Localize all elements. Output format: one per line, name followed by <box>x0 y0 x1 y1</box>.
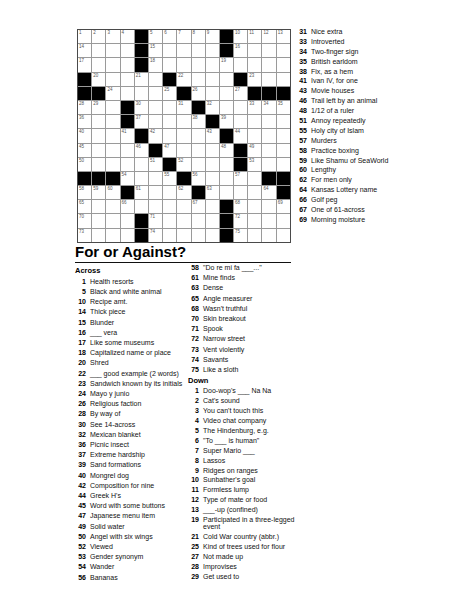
grid-cell[interactable] <box>106 200 119 213</box>
black-cell <box>220 229 233 242</box>
grid-cell[interactable] <box>92 44 105 57</box>
grid-cell[interactable] <box>192 214 205 227</box>
grid-cell[interactable]: 35 <box>277 101 290 114</box>
clue-text: By way of <box>90 410 191 417</box>
grid-cell[interactable] <box>177 229 190 242</box>
clue-item: 59Like Shamu of SeaWorld <box>296 157 472 164</box>
grid-cell[interactable] <box>106 101 119 114</box>
black-cell <box>135 229 148 242</box>
grid-cell[interactable]: 49 <box>248 144 261 157</box>
clue-item: 46Trail left by an animal <box>296 97 472 104</box>
grid-cell[interactable] <box>277 58 290 71</box>
grid-cell[interactable] <box>262 44 275 57</box>
clue-item: 72Narrow street <box>188 335 295 342</box>
clue-item: 24Mayo y junio <box>75 390 191 397</box>
grid-cell[interactable] <box>248 186 261 199</box>
grid-cell[interactable] <box>262 200 275 213</box>
grid-cell[interactable]: 14 <box>78 44 91 57</box>
grid-cell[interactable]: 54 <box>121 172 134 185</box>
clue-number: 58 <box>188 264 199 271</box>
grid-cell[interactable] <box>121 214 134 227</box>
black-cell <box>220 200 233 213</box>
grid-cell[interactable] <box>177 44 190 57</box>
cell-number: 37 <box>136 115 141 120</box>
grid-cell[interactable] <box>106 44 119 57</box>
grid-cell[interactable] <box>135 200 148 213</box>
cell-number: 38 <box>193 115 198 120</box>
cell-number: 35 <box>278 101 283 106</box>
clue-item: 64Kansas Lottery name <box>296 186 472 193</box>
clue-text: "Do re mi fa ___..." <box>203 264 295 271</box>
grid-cell[interactable] <box>192 44 205 57</box>
grid-cell[interactable] <box>163 129 176 142</box>
grid-cell[interactable] <box>177 58 190 71</box>
black-cell <box>220 214 233 227</box>
grid-cell[interactable] <box>234 115 247 128</box>
grid-cell[interactable] <box>192 129 205 142</box>
clue-item: 49Solid water <box>75 523 191 530</box>
grid-cell[interactable] <box>206 229 219 242</box>
grid-cell[interactable] <box>106 58 119 71</box>
grid-cell[interactable]: 10 <box>234 30 247 43</box>
grid-cell[interactable]: 66 <box>121 200 134 213</box>
grid-cell[interactable] <box>92 229 105 242</box>
black-cell <box>248 87 261 100</box>
grid-cell[interactable] <box>262 229 275 242</box>
clue-text: Mongrel dog <box>90 472 191 479</box>
cell-number: 66 <box>122 200 127 205</box>
clue-text: For men only <box>311 176 472 183</box>
grid-cell[interactable] <box>248 229 261 242</box>
clue-number: 20 <box>75 359 86 366</box>
grid-cell[interactable]: 23 <box>248 73 261 86</box>
clue-text: "To ___ is human" <box>203 437 295 444</box>
grid-cell[interactable] <box>106 115 119 128</box>
grid-cell[interactable] <box>121 144 134 157</box>
clue-text: Murders <box>311 137 472 144</box>
clue-item: 73Vent violently <box>188 346 295 353</box>
grid-cell[interactable]: 3 <box>106 30 119 43</box>
grid-cell[interactable]: 9 <box>206 30 219 43</box>
black-cell <box>262 172 275 185</box>
grid-cell[interactable]: 34 <box>262 101 275 114</box>
grid-cell[interactable] <box>206 172 219 185</box>
cell-number: 51 <box>150 158 155 163</box>
grid-cell[interactable]: 17 <box>78 58 91 71</box>
grid-cell[interactable]: 20 <box>92 73 105 86</box>
grid-cell[interactable]: 61 <box>135 186 148 199</box>
grid-cell[interactable] <box>177 115 190 128</box>
clue-text: Narrow street <box>203 335 295 342</box>
grid-cell[interactable] <box>277 158 290 171</box>
cell-number: 62 <box>178 186 183 191</box>
grid-cell[interactable] <box>262 144 275 157</box>
grid-cell[interactable] <box>206 73 219 86</box>
grid-cell[interactable] <box>262 115 275 128</box>
clue-item: 5The Hindenburg, e.g. <box>188 427 295 434</box>
black-cell <box>78 73 91 86</box>
clue-item: 28Improvises <box>188 563 295 570</box>
clue-number: 67 <box>296 206 307 213</box>
grid-cell[interactable]: 53 <box>248 158 261 171</box>
clue-number: 28 <box>75 410 86 417</box>
grid-cell[interactable]: 30 <box>135 101 148 114</box>
grid-cell[interactable] <box>163 101 176 114</box>
grid-cell[interactable] <box>277 129 290 142</box>
black-cell <box>135 129 148 142</box>
cell-number: 11 <box>249 30 254 35</box>
clue-text: Recipe amt. <box>90 298 191 305</box>
grid-cell[interactable]: 55 <box>163 172 176 185</box>
grid-cell[interactable]: 62 <box>177 186 190 199</box>
grid-cell[interactable] <box>248 58 261 71</box>
clue-number: 25 <box>188 543 199 550</box>
grid-cell[interactable]: 32 <box>206 101 219 114</box>
grid-cell[interactable]: 70 <box>78 214 91 227</box>
grid-cell[interactable]: 7 <box>177 30 190 43</box>
grid-cell[interactable]: 41 <box>121 129 134 142</box>
grid-cell[interactable] <box>206 58 219 71</box>
grid-cell[interactable] <box>234 58 247 71</box>
cell-number: 55 <box>164 172 169 177</box>
grid-cell[interactable] <box>135 87 148 100</box>
grid-cell[interactable] <box>163 186 176 199</box>
cell-number: 19 <box>221 58 226 63</box>
clue-text: Bananas <box>90 574 191 581</box>
clue-number: 40 <box>75 472 86 479</box>
grid-cell[interactable]: 57 <box>234 172 247 185</box>
clue-number: 47 <box>75 512 86 519</box>
grid-cell[interactable]: 18 <box>149 58 162 71</box>
grid-cell[interactable] <box>163 214 176 227</box>
grid-cell[interactable] <box>220 101 233 114</box>
grid-cell[interactable]: 22 <box>177 73 190 86</box>
grid-cell[interactable] <box>163 115 176 128</box>
grid-cell[interactable] <box>262 158 275 171</box>
grid-cell[interactable] <box>220 186 233 199</box>
grid-cell[interactable]: 4 <box>121 30 134 43</box>
cell-number: 64 <box>263 186 268 191</box>
clue-item: 69Morning moisture <box>296 216 472 223</box>
grid-cell[interactable]: 5 <box>149 30 162 43</box>
clue-number: 39 <box>75 461 86 468</box>
grid-cell[interactable]: 38 <box>192 115 205 128</box>
grid-cell[interactable]: 65 <box>78 200 91 213</box>
clue-item: 52Viewed <box>75 543 191 550</box>
grid-cell[interactable] <box>206 144 219 157</box>
grid-cell[interactable] <box>106 214 119 227</box>
clue-text: Word with some buttons <box>90 502 191 509</box>
cell-number: 34 <box>263 101 268 106</box>
grid-cell[interactable] <box>121 58 134 71</box>
black-cell <box>135 30 148 43</box>
grid-cell[interactable]: 16 <box>234 44 247 57</box>
grid-cell[interactable] <box>206 44 219 57</box>
grid-cell[interactable]: 36 <box>78 115 91 128</box>
grid-cell[interactable]: 13 <box>277 30 290 43</box>
clue-item: 33Introverted <box>296 38 472 45</box>
grid-cell[interactable] <box>206 87 219 100</box>
grid-cell[interactable]: 21 <box>135 73 148 86</box>
clue-text: See 14-across <box>90 421 191 428</box>
grid-cell[interactable]: 24 <box>106 87 119 100</box>
clue-number: 19 <box>188 516 199 530</box>
cell-number: 68 <box>235 200 240 205</box>
clue-item: 40Mongrel dog <box>75 472 191 479</box>
cell-number: 53 <box>249 158 254 163</box>
grid-cell[interactable]: 40 <box>78 129 91 142</box>
grid-cell[interactable] <box>163 58 176 71</box>
clue-text: 1/12 of a ruler <box>311 107 472 114</box>
black-cell <box>192 186 205 199</box>
clue-item: 57Murders <box>296 137 472 144</box>
clue-number: 72 <box>188 335 199 342</box>
grid-cell[interactable] <box>277 144 290 157</box>
grid-cell[interactable] <box>206 200 219 213</box>
clue-text: Wasn't truthful <box>203 305 295 312</box>
cell-number: 27 <box>235 87 240 92</box>
grid-cell[interactable] <box>106 129 119 142</box>
grid-cell[interactable]: 37 <box>135 115 148 128</box>
grid-cell[interactable] <box>163 44 176 57</box>
cell-number: 28 <box>79 101 84 106</box>
cell-number: 4 <box>122 30 125 35</box>
grid-cell[interactable] <box>121 73 134 86</box>
grid-cell[interactable] <box>220 87 233 100</box>
grid-cell[interactable] <box>177 214 190 227</box>
grid-cell[interactable] <box>248 115 261 128</box>
grid-cell[interactable]: 50 <box>78 158 91 171</box>
crossword-page: 1234567891011121314151617181920212223242… <box>0 0 474 613</box>
grid-cell[interactable]: 73 <box>78 229 91 242</box>
grid-cell[interactable] <box>135 158 148 171</box>
grid-cell[interactable] <box>149 87 162 100</box>
grid-cell[interactable] <box>177 144 190 157</box>
grid-cell[interactable]: 31 <box>177 101 190 114</box>
grid-cell[interactable] <box>177 200 190 213</box>
grid-cell[interactable]: 58 <box>78 186 91 199</box>
grid-cell[interactable]: 59 <box>92 186 105 199</box>
grid-cell[interactable]: 68 <box>234 200 247 213</box>
grid-cell[interactable] <box>149 186 162 199</box>
clue-number: 55 <box>296 127 307 134</box>
grid-cell[interactable]: 71 <box>149 214 162 227</box>
grid-cell[interactable]: 44 <box>234 129 247 142</box>
grid-cell[interactable] <box>149 172 162 185</box>
clue-number: 46 <box>296 97 307 104</box>
grid-cell[interactable] <box>177 129 190 142</box>
grid-cell[interactable]: 33 <box>248 101 261 114</box>
grid-cell[interactable]: 69 <box>277 200 290 213</box>
clue-text: Angel with six wings <box>90 533 191 540</box>
grid-cell[interactable]: 19 <box>220 58 233 71</box>
grid-cell[interactable] <box>149 101 162 114</box>
grid-cell[interactable] <box>277 44 290 57</box>
clue-number: 44 <box>75 492 86 499</box>
black-cell <box>262 87 275 100</box>
grid-cell[interactable]: 48 <box>220 144 233 157</box>
grid-cell[interactable]: 11 <box>248 30 261 43</box>
clue-item: 38Fix, as a hem <box>296 68 472 75</box>
black-cell <box>92 172 105 185</box>
clue-number: 73 <box>188 346 199 353</box>
grid-cell[interactable]: 64 <box>262 186 275 199</box>
grid-cell[interactable] <box>248 129 261 142</box>
grid-cell[interactable] <box>192 144 205 157</box>
grid-cell[interactable] <box>121 229 134 242</box>
cell-number: 22 <box>178 73 183 78</box>
grid-cell[interactable]: 60 <box>106 186 119 199</box>
grid-cell[interactable]: 72 <box>234 214 247 227</box>
grid-cell[interactable] <box>262 214 275 227</box>
cell-number: 21 <box>136 73 141 78</box>
grid-cell[interactable] <box>262 58 275 71</box>
grid-cell[interactable]: 26 <box>192 87 205 100</box>
grid-cell[interactable] <box>92 115 105 128</box>
grid-cell[interactable] <box>92 214 105 227</box>
clue-text: ___ good example (2 words) <box>90 370 191 377</box>
grid-cell[interactable] <box>220 73 233 86</box>
grid-cell[interactable]: 67 <box>192 200 205 213</box>
cell-number: 42 <box>150 129 155 134</box>
grid-cell[interactable] <box>262 129 275 142</box>
grid-cell[interactable]: 74 <box>149 229 162 242</box>
grid-cell[interactable] <box>206 214 219 227</box>
grid-cell[interactable] <box>234 186 247 199</box>
grid-cell[interactable] <box>92 144 105 157</box>
grid-cell[interactable]: 43 <box>206 129 219 142</box>
grid-cell[interactable]: 27 <box>234 87 247 100</box>
clue-item: 60Lengthy <box>296 166 472 173</box>
clue-text: Black and white animal <box>90 288 191 295</box>
grid-cell[interactable] <box>277 73 290 86</box>
clue-text: Mayo y junio <box>90 390 191 397</box>
grid-cell[interactable] <box>149 115 162 128</box>
clue-number: 36 <box>75 441 86 448</box>
grid-cell[interactable] <box>220 172 233 185</box>
grid-cell[interactable] <box>92 158 105 171</box>
grid-cell[interactable] <box>163 200 176 213</box>
cell-number: 45 <box>79 144 84 149</box>
grid-cell[interactable] <box>248 214 261 227</box>
clue-number: 26 <box>75 400 86 407</box>
grid-cell[interactable] <box>248 172 261 185</box>
clue-number: 3 <box>188 407 199 414</box>
grid-cell[interactable]: 1 <box>78 30 91 43</box>
grid-cell[interactable] <box>135 172 148 185</box>
grid-cell[interactable] <box>92 200 105 213</box>
grid-cell[interactable]: 39 <box>220 115 233 128</box>
clue-text: Solid water <box>90 523 191 530</box>
grid-cell[interactable] <box>163 229 176 242</box>
down-header: Down <box>188 377 295 384</box>
grid-cell[interactable] <box>121 87 134 100</box>
grid-cell[interactable] <box>106 158 119 171</box>
grid-cell[interactable]: 52 <box>177 158 190 171</box>
grid-cell[interactable]: 46 <box>135 144 148 157</box>
grid-cell[interactable] <box>192 158 205 171</box>
clue-text: Greek H's <box>90 492 191 499</box>
black-cell <box>220 44 233 57</box>
cell-number: 2 <box>93 30 96 35</box>
clue-item: 34Two-finger sign <box>296 48 472 55</box>
puzzle-title: For or Against? <box>75 243 186 260</box>
grid-cell[interactable] <box>121 44 134 57</box>
clue-number: 27 <box>188 553 199 560</box>
clue-number: 48 <box>296 107 307 114</box>
black-cell <box>78 172 91 185</box>
clue-item: 39Sand formations <box>75 461 191 468</box>
cell-number: 56 <box>193 172 198 177</box>
clue-number: 5 <box>75 288 86 295</box>
grid-cell[interactable]: 63 <box>206 186 219 199</box>
grid-cell[interactable] <box>192 229 205 242</box>
grid-cell[interactable] <box>106 144 119 157</box>
grid-cell[interactable] <box>234 101 247 114</box>
clue-item: 31Nice extra <box>296 28 472 35</box>
grid-cell[interactable]: 29 <box>92 101 105 114</box>
grid-cell[interactable]: 8 <box>192 30 205 43</box>
cell-number: 50 <box>79 158 84 163</box>
grid-cell[interactable] <box>106 229 119 242</box>
grid-cell[interactable] <box>149 200 162 213</box>
grid-cell[interactable]: 75 <box>234 229 247 242</box>
grid-cell[interactable] <box>277 214 290 227</box>
grid-cell[interactable] <box>220 158 233 171</box>
grid-cell[interactable] <box>149 73 162 86</box>
grid-cell[interactable]: 15 <box>149 44 162 57</box>
clue-text: Health resorts <box>90 278 191 285</box>
grid-cell[interactable]: 47 <box>163 144 176 157</box>
clue-item: 13___-up (confined) <box>188 506 295 513</box>
grid-cell[interactable]: 6 <box>163 30 176 43</box>
grid-cell[interactable] <box>106 73 119 86</box>
grid-cell[interactable] <box>277 229 290 242</box>
grid-cell[interactable]: 51 <box>149 158 162 171</box>
grid-cell[interactable] <box>121 158 134 171</box>
clue-item: 11Formless lump <box>188 486 295 493</box>
clue-text: Ivan IV, for one <box>311 77 472 84</box>
clue-number: 22 <box>75 370 86 377</box>
grid-cell[interactable]: 42 <box>149 129 162 142</box>
clue-item: 67One of 61-across <box>296 206 472 213</box>
clue-text: Super Mario ___ <box>203 447 295 454</box>
clue-item: 54Wander <box>75 563 191 570</box>
grid-cell[interactable] <box>277 115 290 128</box>
grid-cell[interactable] <box>262 73 275 86</box>
grid-cell[interactable] <box>248 200 261 213</box>
grid-cell[interactable] <box>206 158 219 171</box>
grid-cell[interactable]: 45 <box>78 144 91 157</box>
grid-cell[interactable]: 25 <box>163 87 176 100</box>
grid-cell[interactable] <box>92 58 105 71</box>
clue-item: 35British earldom <box>296 58 472 65</box>
clue-item: 3You can't touch this <box>188 407 295 414</box>
black-cell <box>135 58 148 71</box>
clue-text: Savants <box>203 356 295 363</box>
grid-cell[interactable] <box>192 73 205 86</box>
grid-cell[interactable] <box>248 44 261 57</box>
grid-cell[interactable]: 12 <box>262 30 275 43</box>
grid-cell[interactable] <box>192 58 205 71</box>
grid-cell[interactable]: 28 <box>78 101 91 114</box>
clue-text: Kansas Lottery name <box>311 186 472 193</box>
grid-cell[interactable]: 2 <box>92 30 105 43</box>
grid-cell[interactable] <box>92 129 105 142</box>
clue-number: 7 <box>188 447 199 454</box>
grid-cell[interactable]: 56 <box>192 172 205 185</box>
clue-item: 71Spook <box>188 325 295 332</box>
